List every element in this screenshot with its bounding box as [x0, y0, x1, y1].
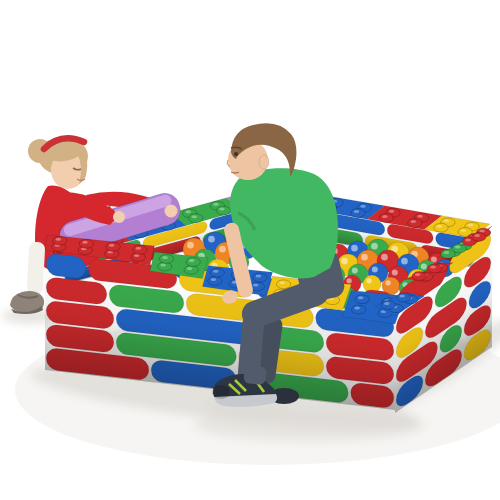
- ball-highlight: [401, 258, 408, 265]
- stud: [208, 277, 222, 286]
- stud-highlight: [185, 210, 191, 213]
- stud-highlight: [55, 238, 61, 241]
- ball-highlight: [372, 267, 378, 273]
- stud-highlight: [162, 256, 168, 259]
- ball-highlight: [361, 254, 368, 261]
- ball-highlight: [421, 264, 427, 270]
- stud-highlight: [417, 215, 423, 218]
- stud: [79, 239, 93, 248]
- ball-highlight: [381, 254, 388, 261]
- stud: [379, 214, 393, 223]
- stud-highlight: [136, 247, 142, 250]
- product-photo: ha: [0, 0, 500, 500]
- ball-highlight: [371, 243, 378, 250]
- boy-eye: [234, 152, 238, 156]
- stud-highlight: [444, 219, 450, 222]
- stud: [381, 301, 395, 310]
- stud-highlight: [256, 275, 262, 278]
- stud: [351, 209, 365, 218]
- stud-highlight: [384, 302, 390, 305]
- stud: [189, 214, 203, 223]
- stud-highlight: [354, 210, 360, 213]
- stud-highlight: [213, 203, 219, 206]
- scene-svg: ha: [0, 0, 500, 500]
- stud-highlight: [468, 224, 474, 227]
- ball-highlight: [187, 242, 194, 249]
- stud-highlight: [474, 234, 480, 237]
- stud-highlight: [109, 244, 115, 247]
- stud: [355, 295, 369, 304]
- stud: [253, 273, 267, 282]
- girl-leg: [27, 242, 46, 295]
- ball-highlight: [366, 278, 371, 283]
- stud-highlight: [465, 238, 471, 241]
- ball-highlight: [352, 268, 358, 274]
- stud-highlight: [455, 245, 461, 248]
- ball-highlight: [346, 278, 351, 283]
- stud-highlight: [187, 267, 193, 270]
- stud: [408, 219, 422, 228]
- stud: [216, 206, 230, 215]
- stud: [133, 245, 147, 254]
- ball-highlight: [385, 280, 390, 285]
- stud-highlight: [399, 295, 405, 298]
- ball-highlight: [351, 245, 358, 252]
- stud-highlight: [279, 281, 285, 284]
- stud-highlight: [358, 296, 364, 299]
- stud-highlight: [219, 208, 225, 211]
- stud-highlight: [360, 205, 366, 208]
- stud-highlight: [410, 220, 416, 223]
- stud-highlight: [382, 215, 388, 218]
- ball-highlight: [392, 270, 398, 276]
- stud-highlight: [213, 270, 219, 273]
- boy-cuff: [243, 365, 266, 385]
- stud: [412, 272, 426, 281]
- stud-highlight: [191, 215, 197, 218]
- stud-highlight: [354, 307, 360, 310]
- stud-highlight: [430, 265, 436, 268]
- stud-highlight: [82, 241, 88, 244]
- stud-highlight: [211, 278, 217, 281]
- stud-highlight: [160, 263, 166, 266]
- girl-hand: [113, 211, 125, 223]
- stud-highlight: [461, 229, 467, 232]
- stud: [472, 232, 486, 241]
- boy-shoe-toe: [212, 385, 230, 399]
- stud-highlight: [189, 259, 195, 262]
- stud-highlight: [444, 251, 450, 254]
- stud: [186, 258, 200, 267]
- ball-highlight: [208, 236, 215, 243]
- stud: [276, 280, 290, 289]
- stud: [452, 244, 466, 253]
- stud-highlight: [253, 283, 259, 286]
- stud: [397, 293, 411, 302]
- stud: [184, 266, 198, 275]
- stud: [434, 223, 448, 232]
- ball-highlight: [341, 258, 348, 265]
- stud-highlight: [415, 273, 421, 276]
- stud: [210, 268, 224, 277]
- boy-ear: [259, 155, 269, 169]
- stud: [53, 236, 67, 245]
- ball-highlight: [219, 246, 226, 253]
- girl-hand-far: [165, 205, 178, 218]
- stud-highlight: [389, 210, 395, 213]
- stud: [106, 242, 120, 251]
- stud: [159, 255, 173, 264]
- stud: [351, 305, 365, 314]
- stud-highlight: [437, 225, 443, 228]
- stud: [427, 264, 441, 273]
